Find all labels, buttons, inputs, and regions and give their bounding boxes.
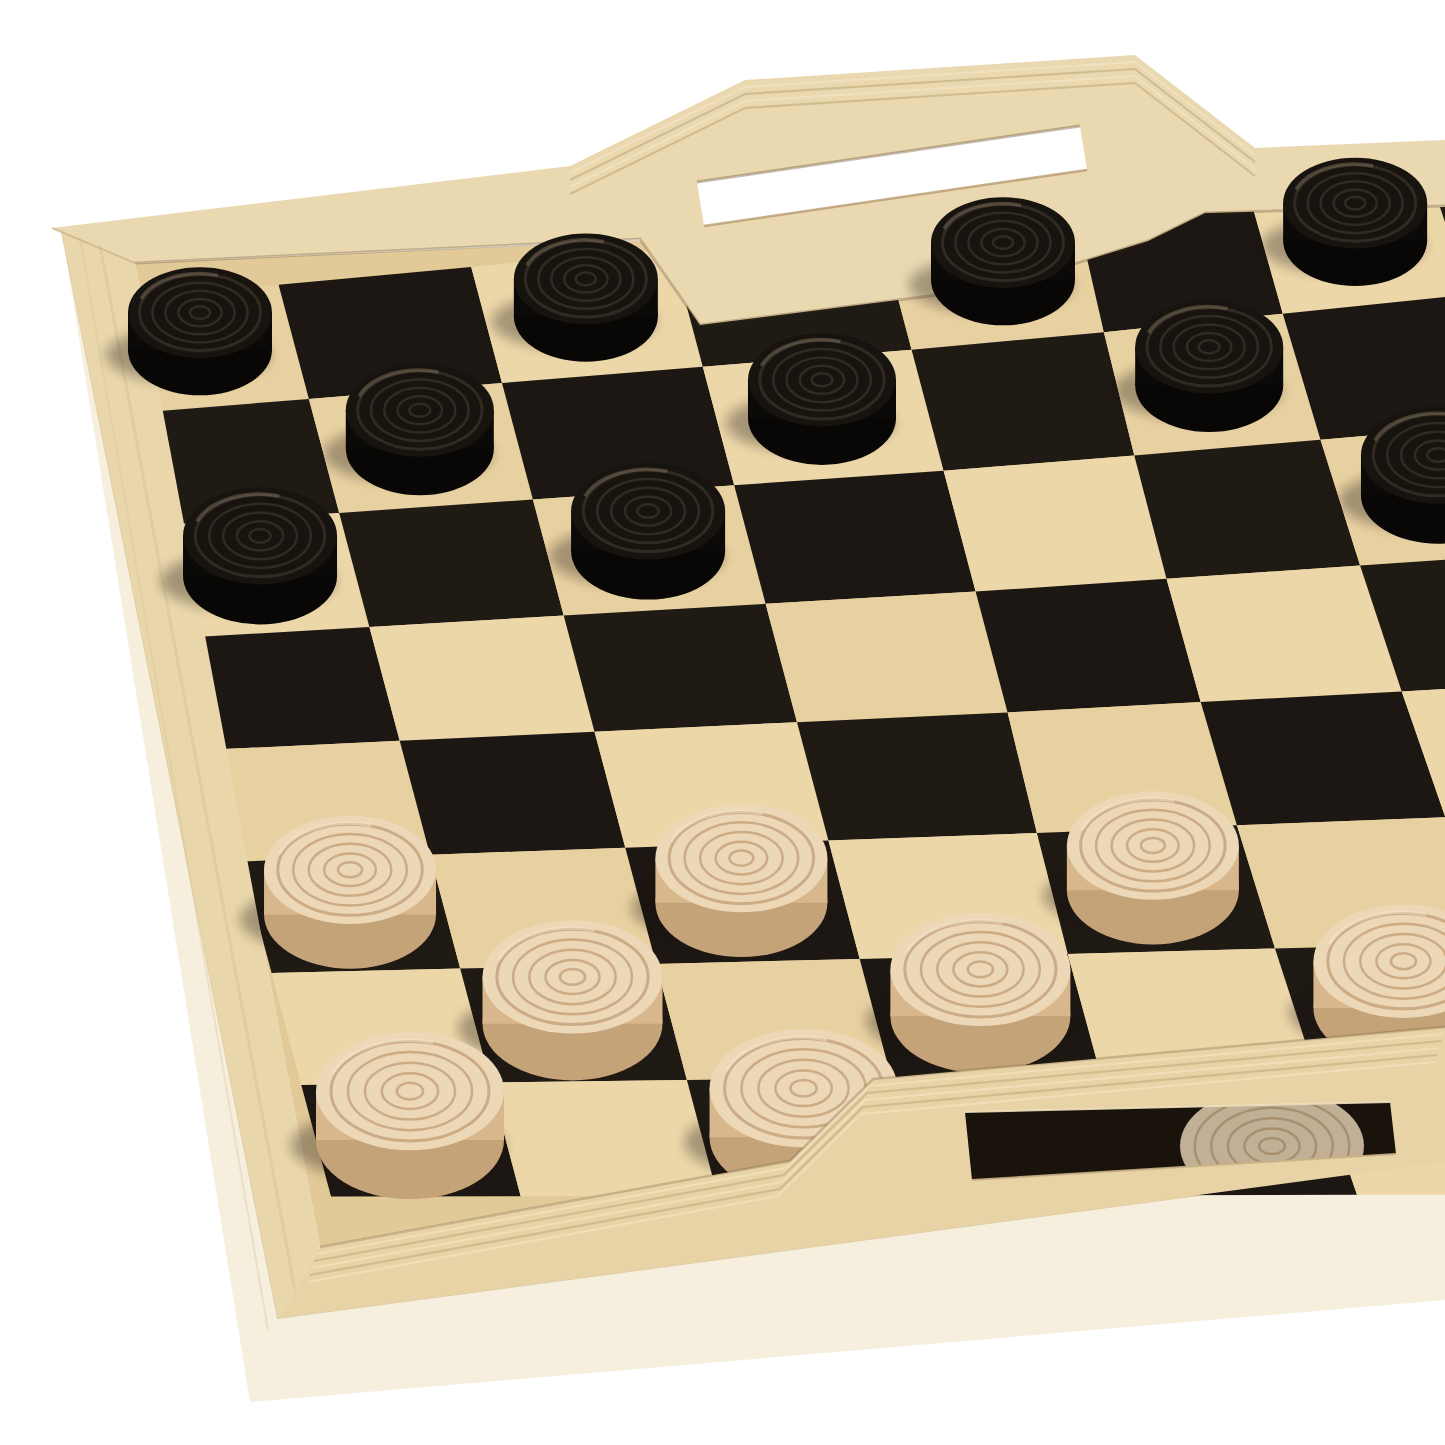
piece-top <box>128 267 272 358</box>
piece-top <box>748 333 896 426</box>
square-e5[interactable] <box>976 579 1201 713</box>
piece-top <box>316 1032 504 1150</box>
square-b6[interactable] <box>339 499 564 627</box>
square-f4[interactable] <box>1201 691 1445 825</box>
square-b4[interactable] <box>400 732 626 855</box>
piece-top <box>655 804 827 912</box>
square-f6[interactable] <box>1134 440 1360 579</box>
piece-top <box>346 364 494 457</box>
square-d5[interactable] <box>766 592 1008 723</box>
checkers-tray-photo <box>0 0 1445 1445</box>
piece-top <box>571 463 725 560</box>
piece-top <box>1283 158 1427 249</box>
piece-top <box>1135 300 1283 393</box>
square-c5[interactable] <box>564 604 797 732</box>
piece-top <box>183 487 337 584</box>
square-d4[interactable] <box>797 712 1037 840</box>
square-b1[interactable] <box>491 1080 718 1196</box>
piece-top <box>890 913 1070 1026</box>
scene-svg <box>0 0 1445 1445</box>
piece-top <box>1067 791 1239 899</box>
square-b5[interactable] <box>369 616 594 741</box>
piece-top <box>264 816 436 924</box>
square-e6[interactable] <box>944 456 1167 592</box>
square-d6[interactable] <box>734 471 975 604</box>
piece-top <box>514 234 658 325</box>
piece-top <box>483 920 663 1033</box>
piece-top <box>931 197 1075 288</box>
square-f5[interactable] <box>1167 566 1402 703</box>
square-e7[interactable] <box>912 332 1135 471</box>
